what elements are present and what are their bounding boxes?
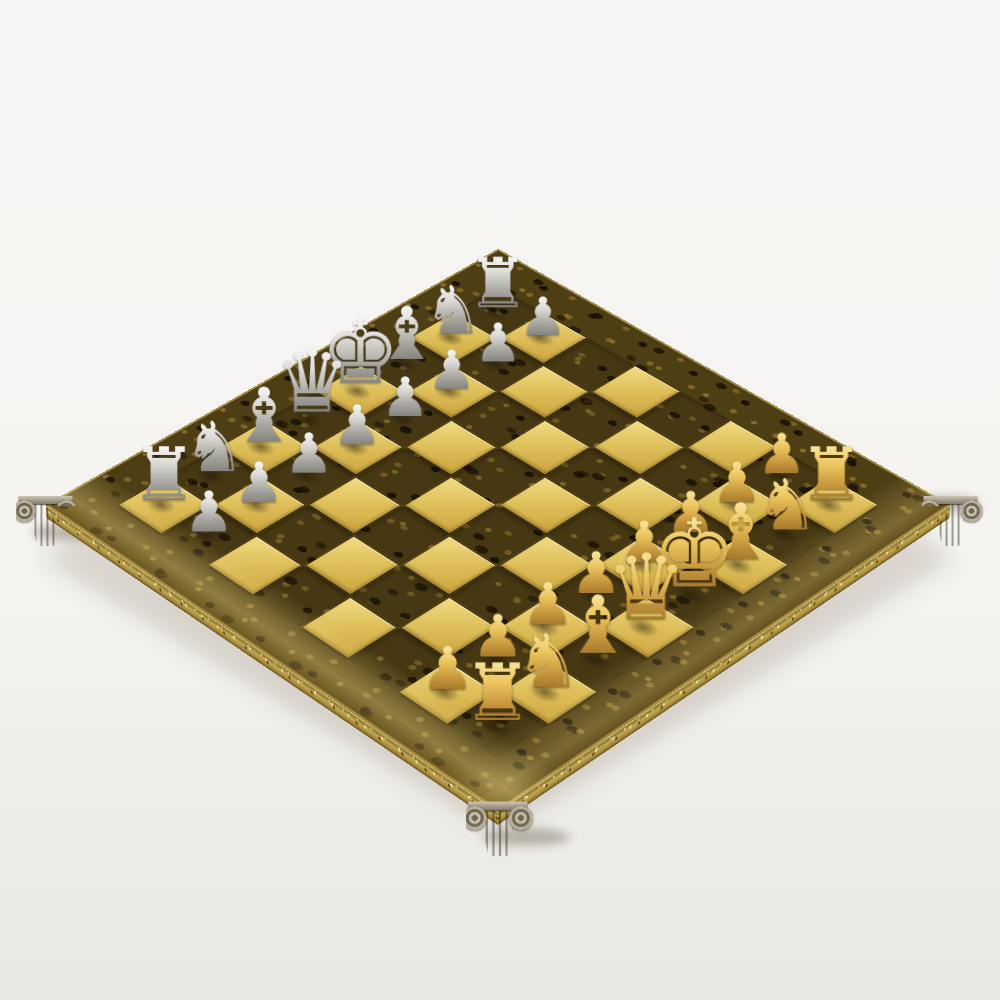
foot-volute-right [509,805,533,829]
silver-pawn-glyph: ♟ [184,484,235,541]
chess-board-plate: ♜♟♟♜♞♟♟♞♝♟♟♝♚♟♟♚♛♟♟♛♝♟♟♝♞♟♟♞♜♟♟♜ [45,249,950,812]
board-top-face: ♜♟♟♜♞♟♟♞♝♟♟♝♚♟♟♚♛♟♟♛♝♟♟♝♞♟♟♞♜♟♟♜ [45,249,950,812]
foot-volute-left [463,805,487,829]
silver-pawn-glyph: ♟ [381,370,430,424]
foot-volute-left [13,500,35,522]
silver-pawn-glyph: ♟ [333,398,382,453]
silver-pawn-glyph: ♟ [428,343,476,397]
silver-pawn-glyph: ♟ [474,317,522,370]
square-a1[interactable]: ♜ [447,692,549,759]
silver-pawn-glyph: ♟ [234,455,284,511]
foot-flutes [479,809,517,857]
silver-pawn-glyph: ♟ [284,426,334,481]
gold-rook-glyph: ♜ [462,653,533,732]
board-grid: ♜♟♟♜♞♟♟♞♝♟♟♝♚♟♟♚♛♟♟♛♝♟♟♝♞♟♟♞♜♟♟♜ [116,286,880,760]
foot-abacus [468,801,528,809]
square-c5[interactable] [353,505,449,565]
silver-pawn-glyph: ♟ [520,291,568,344]
scene: ♜♟♟♜♞♟♟♞♝♟♟♝♚♟♟♚♛♟♟♛♝♟♟♝♞♟♟♞♜♟♟♜ [0,0,1000,1000]
foot-volute-right [961,500,983,522]
square-d4[interactable] [450,505,546,565]
photo-background: ♜♟♟♜♞♟♟♞♝♟♟♝♚♟♟♚♛♟♟♛♝♟♟♝♞♟♟♞♜♟♟♜ [0,0,1000,1000]
square-f4[interactable] [545,447,640,505]
square-a7[interactable]: ♟ [161,505,257,565]
